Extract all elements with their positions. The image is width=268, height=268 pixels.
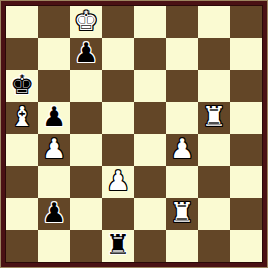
square-d3[interactable]: ♟ xyxy=(102,166,134,198)
black-pawn-icon: ♟ xyxy=(42,198,66,229)
square-e2[interactable] xyxy=(134,198,166,230)
square-h8[interactable] xyxy=(230,6,262,38)
square-e3[interactable] xyxy=(134,166,166,198)
square-b6[interactable] xyxy=(38,70,70,102)
square-b4[interactable]: ♟ xyxy=(38,134,70,166)
square-c2[interactable] xyxy=(70,198,102,230)
square-b7[interactable] xyxy=(38,38,70,70)
square-e8[interactable] xyxy=(134,6,166,38)
square-g6[interactable] xyxy=(198,70,230,102)
square-a8[interactable] xyxy=(6,6,38,38)
square-b5[interactable]: ♟ xyxy=(38,102,70,134)
square-a3[interactable] xyxy=(6,166,38,198)
square-c5[interactable] xyxy=(70,102,102,134)
square-b1[interactable] xyxy=(38,230,70,262)
square-f1[interactable] xyxy=(166,230,198,262)
square-f4[interactable]: ♟ xyxy=(166,134,198,166)
white-rook-icon: ♜ xyxy=(202,102,226,133)
square-g3[interactable] xyxy=(198,166,230,198)
square-d2[interactable] xyxy=(102,198,134,230)
square-e1[interactable] xyxy=(134,230,166,262)
square-h3[interactable] xyxy=(230,166,262,198)
square-c3[interactable] xyxy=(70,166,102,198)
square-c6[interactable] xyxy=(70,70,102,102)
square-f2[interactable]: ♜ xyxy=(166,198,198,230)
square-a7[interactable] xyxy=(6,38,38,70)
square-h1[interactable] xyxy=(230,230,262,262)
square-d8[interactable] xyxy=(102,6,134,38)
square-h4[interactable] xyxy=(230,134,262,166)
square-a1[interactable] xyxy=(6,230,38,262)
white-bishop-icon: ♝ xyxy=(10,102,34,133)
white-pawn-icon: ♟ xyxy=(106,166,130,197)
black-king-icon: ♚ xyxy=(10,70,34,101)
square-f8[interactable] xyxy=(166,6,198,38)
square-g1[interactable] xyxy=(198,230,230,262)
square-e5[interactable] xyxy=(134,102,166,134)
square-b2[interactable]: ♟ xyxy=(38,198,70,230)
black-pawn-icon: ♟ xyxy=(42,102,66,133)
square-d5[interactable] xyxy=(102,102,134,134)
square-h6[interactable] xyxy=(230,70,262,102)
square-h2[interactable] xyxy=(230,198,262,230)
square-h5[interactable] xyxy=(230,102,262,134)
square-a5[interactable]: ♝ xyxy=(6,102,38,134)
square-f5[interactable] xyxy=(166,102,198,134)
square-c1[interactable] xyxy=(70,230,102,262)
square-c7[interactable]: ♟ xyxy=(70,38,102,70)
square-c4[interactable] xyxy=(70,134,102,166)
square-d1[interactable]: ♜ xyxy=(102,230,134,262)
white-rook-icon: ♜ xyxy=(170,198,194,229)
square-g8[interactable] xyxy=(198,6,230,38)
chess-board-frame: ♚♟♚♝♟♜♟♟♟♟♜♜ xyxy=(0,0,268,268)
square-a6[interactable]: ♚ xyxy=(6,70,38,102)
square-e6[interactable] xyxy=(134,70,166,102)
black-pawn-icon: ♟ xyxy=(74,38,98,69)
black-rook-icon: ♜ xyxy=(106,230,130,261)
square-f3[interactable] xyxy=(166,166,198,198)
square-f7[interactable] xyxy=(166,38,198,70)
square-e4[interactable] xyxy=(134,134,166,166)
square-d7[interactable] xyxy=(102,38,134,70)
square-h7[interactable] xyxy=(230,38,262,70)
white-pawn-icon: ♟ xyxy=(42,134,66,165)
square-g4[interactable] xyxy=(198,134,230,166)
square-b3[interactable] xyxy=(38,166,70,198)
square-c8[interactable]: ♚ xyxy=(70,6,102,38)
square-e7[interactable] xyxy=(134,38,166,70)
square-f6[interactable] xyxy=(166,70,198,102)
chess-board: ♚♟♚♝♟♜♟♟♟♟♜♜ xyxy=(5,5,263,263)
square-a4[interactable] xyxy=(6,134,38,166)
square-d4[interactable] xyxy=(102,134,134,166)
square-a2[interactable] xyxy=(6,198,38,230)
square-d6[interactable] xyxy=(102,70,134,102)
square-b8[interactable] xyxy=(38,6,70,38)
square-g7[interactable] xyxy=(198,38,230,70)
white-pawn-icon: ♟ xyxy=(170,134,194,165)
white-king-icon: ♚ xyxy=(74,6,98,37)
square-g2[interactable] xyxy=(198,198,230,230)
square-g5[interactable]: ♜ xyxy=(198,102,230,134)
